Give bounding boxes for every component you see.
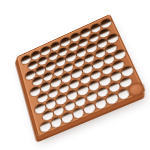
drainage-hole <box>50 116 62 128</box>
drainage-hole <box>83 102 96 114</box>
drainage-hole <box>72 107 85 119</box>
photo-background <box>0 0 150 150</box>
drainage-hole <box>100 18 112 29</box>
drainage-hole <box>106 93 120 106</box>
drainage-hole <box>121 65 135 77</box>
rubber-mat <box>16 14 146 137</box>
drainage-hole <box>39 121 51 133</box>
drainage-hole <box>61 112 74 124</box>
